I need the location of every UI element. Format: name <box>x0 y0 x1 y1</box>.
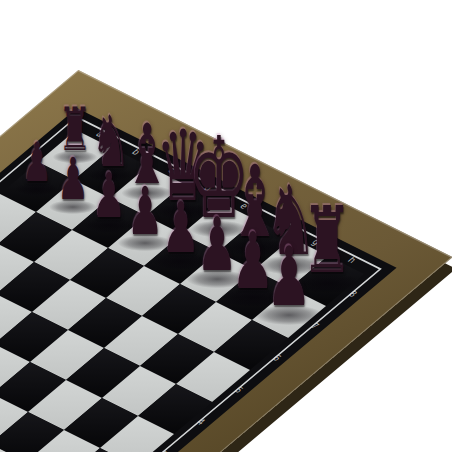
piece-black-pawn-d7[interactable]: ♟ <box>127 179 164 245</box>
piece-black-pawn-a7[interactable]: ♟ <box>22 136 52 190</box>
chessboard-photo: abcdefgh87654321 ♜♞♟♝♟♛♟♚♟♝♟♞♟♜♟♟ <box>0 0 452 452</box>
piece-black-pawn-b7[interactable]: ♟ <box>57 150 89 208</box>
piece-black-pawn-e7[interactable]: ♟ <box>162 193 201 263</box>
piece-black-pawn-c7[interactable]: ♟ <box>92 165 126 227</box>
piece-black-pawn-h7[interactable]: ♟ <box>266 236 312 318</box>
